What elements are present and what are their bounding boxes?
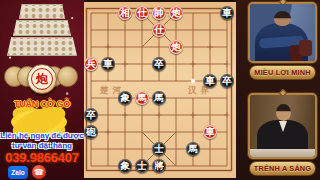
piece-black-馬-f5r6[interactable]: 馬 [152,91,166,105]
ad-panel: 炮 TUẤN CỜ GỖ 159k Liên hệ ngay để được t… [0,0,84,180]
chess-set-box-image [4,3,80,59]
piece-black-車-f8r5[interactable]: 車 [203,74,217,88]
player-name-bottom: TRÊNH A SÁNG [249,161,316,176]
player-photo-frame-bottom [248,93,317,159]
piece-black-砲-f1r8[interactable]: 砲 [84,125,98,139]
player-photo-frame-top [248,2,317,63]
player-photo-top [250,4,315,61]
piece-red-車-f8r8[interactable]: 車 [203,125,217,139]
piece-black-卒-f5r4[interactable]: 卒 [152,57,166,71]
telephone-icon: ☎ [32,165,46,179]
piece-black-象-f3r6[interactable]: 象 [118,91,132,105]
players-panel: MIỀU LỢI MINH TRÊNH A SÁNG [236,0,320,180]
piece-black-車-f2r4[interactable]: 車 [101,57,115,71]
piece-tray [7,37,77,56]
contact-line-1: Liên hệ ngay để được [0,131,84,140]
xiangqi-board: 楚河 汉界 相仕帥炮車仕炮兵車卒車卒象馬馬卒砲車士馬象士將 [84,0,236,180]
player-head [274,11,291,26]
zalo-icon: Zalo [8,166,28,179]
piece-black-卒-f1r7[interactable]: 卒 [84,108,98,122]
piece-black-卒-f9r5[interactable]: 卒 [220,74,234,88]
piece-red-仕-f4r1[interactable]: 仕 [135,6,149,20]
piece-ring: 炮 [31,68,53,90]
piece-red-兵-f1r4[interactable]: 兵 [84,57,98,71]
table-edge [250,149,315,157]
piece-black-車-f9r1[interactable]: 車 [220,6,234,20]
player-head [276,104,291,121]
piece-black-馬-f7r9[interactable]: 馬 [186,142,200,156]
piece-black-士-f5r9[interactable]: 士 [152,142,166,156]
piece-tray [13,20,71,36]
background-chairs [299,40,312,56]
phone-number: 039.9866407 [0,150,84,165]
cannon-glyph: 炮 [36,71,48,88]
piece-red-相-f3r1[interactable]: 相 [118,6,132,20]
last-move-marker [191,79,195,83]
piece-black-士-f4r10[interactable]: 士 [135,159,149,173]
player-photo-bottom [250,95,315,157]
wooden-pieces-image: 炮 [4,61,80,98]
piece-red-帥-f5r1[interactable]: 帥 [152,6,166,20]
piece-red-仕-f5r2[interactable]: 仕 [152,23,166,37]
cannon-piece-image: 炮 [27,64,57,94]
piece-red-炮-f6r1[interactable]: 炮 [169,6,183,20]
piece-red-炮-f6r3[interactable]: 炮 [169,40,183,54]
piece-tray [19,4,65,19]
video-frame: 炮 TUẤN CỜ GỖ 159k Liên hệ ngay để được t… [0,0,320,180]
player-name-top: MIỀU LỢI MINH [249,65,316,80]
piece-black-象-f3r10[interactable]: 象 [118,159,132,173]
wooden-disc [57,66,78,87]
piece-black-將-f5r10[interactable]: 將 [152,159,166,173]
contact-line-2: tư vấn đặt hàng [0,141,84,150]
piece-red-馬-f4r6[interactable]: 馬 [135,91,149,105]
